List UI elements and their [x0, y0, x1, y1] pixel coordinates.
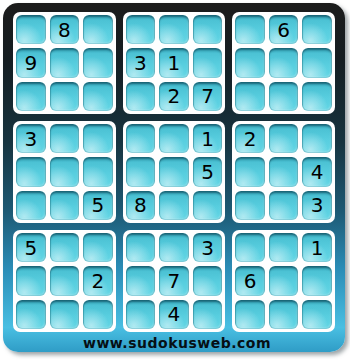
cell-r8c6[interactable] [193, 266, 223, 295]
cell-r5c4[interactable] [126, 157, 156, 186]
cell-r4c2[interactable] [50, 124, 80, 153]
cell-r4c1[interactable]: 3 [16, 124, 46, 153]
cell-r7c1[interactable]: 5 [16, 233, 46, 262]
cell-r6c2[interactable] [50, 191, 80, 220]
cell-r8c2[interactable] [50, 266, 80, 295]
cell-r9c3[interactable] [83, 300, 113, 329]
cell-r1c8[interactable]: 6 [269, 15, 299, 44]
cell-r3c2[interactable] [50, 82, 80, 111]
cell-r9c5[interactable]: 4 [159, 300, 189, 329]
cell-r4c8[interactable] [269, 124, 299, 153]
cell-r1c1[interactable] [16, 15, 46, 44]
cell-r7c8[interactable] [269, 233, 299, 262]
cell-r5c2[interactable] [50, 157, 80, 186]
cell-r8c1[interactable] [16, 266, 46, 295]
cell-r8c3[interactable]: 2 [83, 266, 113, 295]
cell-r7c7[interactable] [235, 233, 265, 262]
footer-bar: www.sudokusweb.com [6, 333, 348, 353]
cell-r7c4[interactable] [126, 233, 156, 262]
cell-r3c5[interactable]: 2 [159, 82, 189, 111]
cell-r7c5[interactable] [159, 233, 189, 262]
cell-r3c8[interactable] [269, 82, 299, 111]
cell-r7c2[interactable] [50, 233, 80, 262]
cell-r1c4[interactable] [126, 15, 156, 44]
box-9: 16 [232, 230, 335, 332]
cell-r5c9[interactable]: 4 [302, 157, 332, 186]
box-6: 243 [232, 121, 335, 223]
cell-r9c9[interactable] [302, 300, 332, 329]
cell-r5c6[interactable]: 5 [193, 157, 223, 186]
cell-r7c6[interactable]: 3 [193, 233, 223, 262]
cell-r2c3[interactable] [83, 48, 113, 77]
cell-r6c1[interactable] [16, 191, 46, 220]
cell-r2c1[interactable]: 9 [16, 48, 46, 77]
cell-r9c7[interactable] [235, 300, 265, 329]
board-frame: 89 3127 6 35 158 243 52 374 16 www.sudok… [3, 3, 345, 352]
cell-r2c2[interactable] [50, 48, 80, 77]
cell-r2c9[interactable] [302, 48, 332, 77]
box-3: 6 [232, 12, 335, 114]
cell-r9c8[interactable] [269, 300, 299, 329]
cell-r6c8[interactable] [269, 191, 299, 220]
cell-r5c3[interactable] [83, 157, 113, 186]
cell-r5c5[interactable] [159, 157, 189, 186]
cell-r2c6[interactable] [193, 48, 223, 77]
box-2: 3127 [123, 12, 226, 114]
cell-r3c3[interactable] [83, 82, 113, 111]
cell-r8c4[interactable] [126, 266, 156, 295]
cell-r6c4[interactable]: 8 [126, 191, 156, 220]
cell-r1c9[interactable] [302, 15, 332, 44]
cell-r4c4[interactable] [126, 124, 156, 153]
cell-r6c5[interactable] [159, 191, 189, 220]
cell-r9c6[interactable] [193, 300, 223, 329]
cell-r2c7[interactable] [235, 48, 265, 77]
cell-r6c3[interactable]: 5 [83, 191, 113, 220]
cell-r1c2[interactable]: 8 [50, 15, 80, 44]
cell-r1c3[interactable] [83, 15, 113, 44]
cell-r1c7[interactable] [235, 15, 265, 44]
cell-r6c6[interactable] [193, 191, 223, 220]
cell-r9c1[interactable] [16, 300, 46, 329]
box-1: 89 [13, 12, 116, 114]
cell-r7c9[interactable]: 1 [302, 233, 332, 262]
cell-r8c9[interactable] [302, 266, 332, 295]
cell-r6c7[interactable] [235, 191, 265, 220]
cell-r2c5[interactable]: 1 [159, 48, 189, 77]
cell-r8c8[interactable] [269, 266, 299, 295]
cell-r5c1[interactable] [16, 157, 46, 186]
box-5: 158 [123, 121, 226, 223]
cell-r4c7[interactable]: 2 [235, 124, 265, 153]
website-url: www.sudokusweb.com [83, 335, 271, 351]
cell-r9c4[interactable] [126, 300, 156, 329]
box-8: 374 [123, 230, 226, 332]
cell-r4c3[interactable] [83, 124, 113, 153]
box-4: 35 [13, 121, 116, 223]
cell-r8c5[interactable]: 7 [159, 266, 189, 295]
cell-r1c5[interactable] [159, 15, 189, 44]
cell-r6c9[interactable]: 3 [302, 191, 332, 220]
cell-r3c7[interactable] [235, 82, 265, 111]
cell-r3c6[interactable]: 7 [193, 82, 223, 111]
cell-r4c9[interactable] [302, 124, 332, 153]
cell-r3c9[interactable] [302, 82, 332, 111]
cell-r4c5[interactable] [159, 124, 189, 153]
sudoku-board: 89 3127 6 35 158 243 52 374 16 [13, 12, 335, 332]
cell-r5c8[interactable] [269, 157, 299, 186]
cell-r2c4[interactable]: 3 [126, 48, 156, 77]
cell-r1c6[interactable] [193, 15, 223, 44]
box-7: 52 [13, 230, 116, 332]
cell-r5c7[interactable] [235, 157, 265, 186]
cell-r3c4[interactable] [126, 82, 156, 111]
cell-r4c6[interactable]: 1 [193, 124, 223, 153]
cell-r9c2[interactable] [50, 300, 80, 329]
cell-r8c7[interactable]: 6 [235, 266, 265, 295]
cell-r7c3[interactable] [83, 233, 113, 262]
cell-r3c1[interactable] [16, 82, 46, 111]
cell-r2c8[interactable] [269, 48, 299, 77]
